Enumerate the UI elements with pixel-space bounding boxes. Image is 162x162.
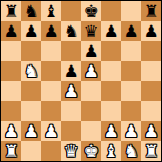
white-pawn: ♟ bbox=[43, 123, 58, 140]
square-f4[interactable] bbox=[101, 81, 121, 101]
square-c5[interactable] bbox=[41, 61, 61, 81]
square-b8[interactable]: ♞ bbox=[21, 1, 41, 21]
white-queen: ♛ bbox=[63, 143, 78, 160]
square-f5[interactable] bbox=[101, 61, 121, 81]
square-f8[interactable] bbox=[101, 1, 121, 21]
square-g8[interactable] bbox=[121, 1, 141, 21]
square-g2[interactable]: ♟ bbox=[121, 121, 141, 141]
square-h5[interactable] bbox=[141, 61, 161, 81]
white-pawn: ♟ bbox=[63, 83, 78, 100]
black-king: ♚ bbox=[83, 3, 98, 20]
square-d2[interactable] bbox=[61, 121, 81, 141]
square-g1[interactable]: ♞ bbox=[121, 141, 141, 161]
square-f1[interactable]: ♝ bbox=[101, 141, 121, 161]
black-pawn: ♟ bbox=[23, 23, 38, 40]
square-c6[interactable] bbox=[41, 41, 61, 61]
square-a7[interactable]: ♟ bbox=[1, 21, 21, 41]
square-c1[interactable] bbox=[41, 141, 61, 161]
square-h8[interactable]: ♜ bbox=[141, 1, 161, 21]
black-knight: ♞ bbox=[63, 23, 78, 40]
square-e6[interactable]: ♟ bbox=[81, 41, 101, 61]
square-c4[interactable] bbox=[41, 81, 61, 101]
square-h1[interactable]: ♜ bbox=[141, 141, 161, 161]
square-a3[interactable] bbox=[1, 101, 21, 121]
square-g4[interactable] bbox=[121, 81, 141, 101]
square-f6[interactable] bbox=[101, 41, 121, 61]
square-c8[interactable]: ♝ bbox=[41, 1, 61, 21]
black-pawn: ♟ bbox=[63, 63, 78, 80]
square-f3[interactable] bbox=[101, 101, 121, 121]
square-f7[interactable]: ♟ bbox=[101, 21, 121, 41]
square-b4[interactable] bbox=[21, 81, 41, 101]
square-f2[interactable]: ♟ bbox=[101, 121, 121, 141]
square-d6[interactable] bbox=[61, 41, 81, 61]
black-pawn: ♟ bbox=[143, 23, 158, 40]
square-e1[interactable]: ♚ bbox=[81, 141, 101, 161]
white-rook: ♜ bbox=[3, 143, 18, 160]
white-rook: ♜ bbox=[143, 143, 158, 160]
black-queen: ♛ bbox=[83, 23, 98, 40]
white-bishop: ♝ bbox=[103, 143, 118, 160]
white-pawn: ♟ bbox=[143, 123, 158, 140]
black-rook: ♜ bbox=[143, 3, 158, 20]
black-pawn: ♟ bbox=[123, 23, 138, 40]
square-e7[interactable]: ♛ bbox=[81, 21, 101, 41]
square-b5[interactable]: ♞ bbox=[21, 61, 41, 81]
square-d7[interactable]: ♞ bbox=[61, 21, 81, 41]
square-h7[interactable]: ♟ bbox=[141, 21, 161, 41]
black-pawn: ♟ bbox=[3, 23, 18, 40]
square-d5[interactable]: ♟ bbox=[61, 61, 81, 81]
chess-board: ♜♞♝♚♜♟♟♟♞♛♟♟♟♟♞♟♟♟♟♟♟♟♟♟♜♛♚♝♞♜ bbox=[0, 0, 162, 162]
square-d1[interactable]: ♛ bbox=[61, 141, 81, 161]
square-e4[interactable] bbox=[81, 81, 101, 101]
black-pawn: ♟ bbox=[103, 23, 118, 40]
white-pawn: ♟ bbox=[23, 123, 38, 140]
square-d3[interactable] bbox=[61, 101, 81, 121]
white-pawn: ♟ bbox=[103, 123, 118, 140]
square-h3[interactable] bbox=[141, 101, 161, 121]
square-h4[interactable] bbox=[141, 81, 161, 101]
square-h2[interactable]: ♟ bbox=[141, 121, 161, 141]
square-a5[interactable] bbox=[1, 61, 21, 81]
square-e2[interactable] bbox=[81, 121, 101, 141]
white-knight: ♞ bbox=[23, 63, 38, 80]
square-e8[interactable]: ♚ bbox=[81, 1, 101, 21]
square-c2[interactable]: ♟ bbox=[41, 121, 61, 141]
white-pawn: ♟ bbox=[3, 123, 18, 140]
square-a8[interactable]: ♜ bbox=[1, 1, 21, 21]
square-b3[interactable] bbox=[21, 101, 41, 121]
square-b6[interactable] bbox=[21, 41, 41, 61]
square-d4[interactable]: ♟ bbox=[61, 81, 81, 101]
square-c3[interactable] bbox=[41, 101, 61, 121]
square-e3[interactable] bbox=[81, 101, 101, 121]
square-a2[interactable]: ♟ bbox=[1, 121, 21, 141]
square-b7[interactable]: ♟ bbox=[21, 21, 41, 41]
square-b1[interactable] bbox=[21, 141, 41, 161]
square-g6[interactable] bbox=[121, 41, 141, 61]
square-h6[interactable] bbox=[141, 41, 161, 61]
square-e5[interactable]: ♟ bbox=[81, 61, 101, 81]
black-bishop: ♝ bbox=[43, 3, 58, 20]
square-g7[interactable]: ♟ bbox=[121, 21, 141, 41]
white-king: ♚ bbox=[83, 143, 98, 160]
square-c7[interactable]: ♟ bbox=[41, 21, 61, 41]
white-knight: ♞ bbox=[123, 143, 138, 160]
black-knight: ♞ bbox=[23, 3, 38, 20]
square-b2[interactable]: ♟ bbox=[21, 121, 41, 141]
square-g5[interactable] bbox=[121, 61, 141, 81]
square-a4[interactable] bbox=[1, 81, 21, 101]
white-pawn: ♟ bbox=[123, 123, 138, 140]
square-a6[interactable] bbox=[1, 41, 21, 61]
black-pawn: ♟ bbox=[43, 23, 58, 40]
square-d8[interactable] bbox=[61, 1, 81, 21]
square-g3[interactable] bbox=[121, 101, 141, 121]
square-a1[interactable]: ♜ bbox=[1, 141, 21, 161]
black-pawn: ♟ bbox=[83, 43, 98, 60]
black-rook: ♜ bbox=[3, 3, 18, 20]
white-pawn: ♟ bbox=[83, 63, 98, 80]
